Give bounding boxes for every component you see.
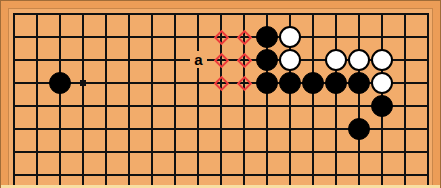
grid-vline <box>174 13 176 186</box>
grid-vline <box>59 13 61 186</box>
black-stone <box>256 72 278 94</box>
black-stone <box>325 72 347 94</box>
grid-vline <box>335 13 337 186</box>
diamond-marker-icon <box>236 29 252 45</box>
point-label-a: a <box>190 51 207 68</box>
black-stone <box>371 95 393 117</box>
board-grid: a <box>1 1 440 188</box>
grid-vline <box>404 13 406 186</box>
black-stone <box>302 72 324 94</box>
grid-vline <box>358 13 360 186</box>
white-stone <box>279 26 301 48</box>
grid-vline <box>128 13 130 186</box>
hoshi-point <box>80 80 86 86</box>
grid-vline <box>82 13 84 186</box>
grid-vline <box>151 13 153 186</box>
white-stone <box>279 49 301 71</box>
diamond-marker-icon <box>236 52 252 68</box>
black-stone <box>348 72 370 94</box>
black-stone <box>256 49 278 71</box>
black-stone <box>279 72 301 94</box>
go-board-diagram: a <box>0 0 441 188</box>
grid-vline <box>312 13 314 186</box>
grid-vline <box>36 13 38 186</box>
board-bottom-crop-strip <box>1 185 440 188</box>
diamond-marker-icon <box>236 75 252 91</box>
white-stone <box>348 49 370 71</box>
grid-vline <box>13 13 15 186</box>
grid-vline <box>427 13 429 186</box>
grid-vline <box>197 13 199 186</box>
diamond-marker-icon <box>213 29 229 45</box>
black-stone <box>348 118 370 140</box>
diamond-marker-icon <box>213 75 229 91</box>
point-label-text: a <box>194 52 202 67</box>
diamond-marker-icon <box>213 52 229 68</box>
black-stone <box>256 26 278 48</box>
white-stone <box>325 49 347 71</box>
white-stone <box>371 72 393 94</box>
white-stone <box>371 49 393 71</box>
grid-vline <box>105 13 107 186</box>
black-stone <box>49 72 71 94</box>
